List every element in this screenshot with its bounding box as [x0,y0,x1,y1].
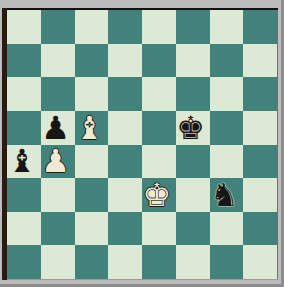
square-f1[interactable] [176,245,210,279]
piece-black-knight[interactable]: ♞ [210,179,239,211]
square-b6[interactable] [41,77,75,111]
square-a1[interactable] [7,245,41,279]
square-d6[interactable] [108,77,142,111]
square-g8[interactable] [210,10,244,44]
square-e6[interactable] [142,77,176,111]
chess-board: ♟♝♚♝♟♚♞ [7,10,277,279]
square-b8[interactable] [41,10,75,44]
piece-black-king[interactable]: ♚ [176,112,205,144]
square-f5[interactable]: ♚ [176,111,210,145]
square-b7[interactable] [41,44,75,78]
square-g6[interactable] [210,77,244,111]
square-d3[interactable] [108,178,142,212]
square-e3[interactable]: ♚ [142,178,176,212]
piece-white-bishop[interactable]: ♝ [75,112,104,144]
square-h7[interactable] [243,44,277,78]
square-c8[interactable] [75,10,109,44]
square-g7[interactable] [210,44,244,78]
square-h8[interactable] [243,10,277,44]
square-c1[interactable] [75,245,109,279]
square-d8[interactable] [108,10,142,44]
piece-white-king[interactable]: ♚ [143,179,172,211]
piece-white-pawn[interactable]: ♟ [41,145,70,177]
square-b5[interactable]: ♟ [41,111,75,145]
square-a8[interactable] [7,10,41,44]
board-border-bottom [7,279,278,280]
square-f8[interactable] [176,10,210,44]
square-a2[interactable] [7,212,41,246]
square-g4[interactable] [210,145,244,179]
square-g3[interactable]: ♞ [210,178,244,212]
square-f4[interactable] [176,145,210,179]
square-b3[interactable] [41,178,75,212]
square-f7[interactable] [176,44,210,78]
square-a3[interactable] [7,178,41,212]
square-c7[interactable] [75,44,109,78]
square-d4[interactable] [108,145,142,179]
square-a4[interactable]: ♝ [7,145,41,179]
frame-edge-right [281,0,284,287]
square-f2[interactable] [176,212,210,246]
square-d1[interactable] [108,245,142,279]
square-h3[interactable] [243,178,277,212]
square-b1[interactable] [41,245,75,279]
square-a6[interactable] [7,77,41,111]
square-h6[interactable] [243,77,277,111]
square-c6[interactable] [75,77,109,111]
square-h2[interactable] [243,212,277,246]
board-border-right [277,10,278,279]
square-g5[interactable] [210,111,244,145]
square-c5[interactable]: ♝ [75,111,109,145]
piece-black-pawn[interactable]: ♟ [41,112,70,144]
square-h5[interactable] [243,111,277,145]
square-d2[interactable] [108,212,142,246]
square-h1[interactable] [243,245,277,279]
square-h4[interactable] [243,145,277,179]
square-g2[interactable] [210,212,244,246]
square-c2[interactable] [75,212,109,246]
square-c3[interactable] [75,178,109,212]
square-g1[interactable] [210,245,244,279]
square-a5[interactable] [7,111,41,145]
square-e2[interactable] [142,212,176,246]
square-f3[interactable] [176,178,210,212]
square-b2[interactable] [41,212,75,246]
square-d7[interactable] [108,44,142,78]
square-e5[interactable] [142,111,176,145]
square-e4[interactable] [142,145,176,179]
square-f6[interactable] [176,77,210,111]
square-e1[interactable] [142,245,176,279]
square-b4[interactable]: ♟ [41,145,75,179]
piece-black-bishop[interactable]: ♝ [8,145,37,177]
square-e7[interactable] [142,44,176,78]
square-e8[interactable] [142,10,176,44]
square-a7[interactable] [7,44,41,78]
square-d5[interactable] [108,111,142,145]
square-c4[interactable] [75,145,109,179]
